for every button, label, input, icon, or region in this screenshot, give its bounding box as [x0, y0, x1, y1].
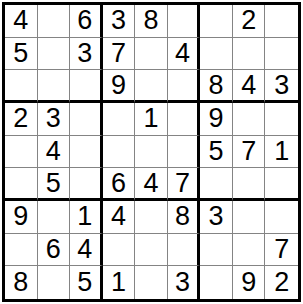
cell-r6c9-empty[interactable]: [265, 168, 298, 201]
cell-r5c1-empty[interactable]: [5, 136, 38, 169]
cell-r8c2-given: 6: [38, 234, 71, 267]
cell-r8c8-empty[interactable]: [233, 234, 266, 267]
cell-r4c3-empty[interactable]: [70, 103, 103, 136]
cell-r5c5-empty[interactable]: [135, 136, 168, 169]
cell-r5c2-given: 4: [38, 136, 71, 169]
cell-r3c7-given: 8: [200, 70, 233, 103]
cell-r4c1-given: 2: [5, 103, 38, 136]
cell-r7c9-empty[interactable]: [265, 201, 298, 234]
cell-r5c7-given: 5: [200, 136, 233, 169]
cell-r8c5-empty[interactable]: [135, 234, 168, 267]
cell-r4c9-empty[interactable]: [265, 103, 298, 136]
cell-r1c5-given: 8: [135, 5, 168, 38]
cell-r2c9-empty[interactable]: [265, 38, 298, 71]
cell-r7c1-given: 9: [5, 201, 38, 234]
cell-r6c7-empty[interactable]: [200, 168, 233, 201]
cell-r7c8-empty[interactable]: [233, 201, 266, 234]
cell-r7c6-given: 8: [168, 201, 201, 234]
cell-r2c6-given: 4: [168, 38, 201, 71]
cell-r2c5-empty[interactable]: [135, 38, 168, 71]
cell-r9c4-given: 1: [103, 266, 136, 299]
cell-r7c7-given: 3: [200, 201, 233, 234]
cell-r4c8-empty[interactable]: [233, 103, 266, 136]
cell-r9c5-empty[interactable]: [135, 266, 168, 299]
cell-r9c9-given: 2: [265, 266, 298, 299]
cell-r1c6-empty[interactable]: [168, 5, 201, 38]
cell-r9c6-given: 3: [168, 266, 201, 299]
cell-r6c5-given: 4: [135, 168, 168, 201]
cell-r2c3-given: 3: [70, 38, 103, 71]
cell-r3c1-empty[interactable]: [5, 70, 38, 103]
cell-r7c5-empty[interactable]: [135, 201, 168, 234]
cell-r3c2-empty[interactable]: [38, 70, 71, 103]
cell-r9c2-empty[interactable]: [38, 266, 71, 299]
cell-r2c2-empty[interactable]: [38, 38, 71, 71]
cell-r9c7-empty[interactable]: [200, 266, 233, 299]
cell-r4c4-empty[interactable]: [103, 103, 136, 136]
cell-r3c8-given: 4: [233, 70, 266, 103]
cell-r7c3-given: 1: [70, 201, 103, 234]
cell-r2c7-empty[interactable]: [200, 38, 233, 71]
cell-r6c4-given: 6: [103, 168, 136, 201]
cell-r2c8-empty[interactable]: [233, 38, 266, 71]
cell-r6c8-empty[interactable]: [233, 168, 266, 201]
sudoku-board: 463825374984323194571564791483647851392: [2, 2, 301, 302]
cell-r5c3-empty[interactable]: [70, 136, 103, 169]
cell-r2c4-given: 7: [103, 38, 136, 71]
cell-r6c6-given: 7: [168, 168, 201, 201]
cell-r7c2-empty[interactable]: [38, 201, 71, 234]
cell-r1c9-empty[interactable]: [265, 5, 298, 38]
cell-r8c7-empty[interactable]: [200, 234, 233, 267]
cell-r9c3-given: 5: [70, 266, 103, 299]
cell-r4c5-given: 1: [135, 103, 168, 136]
cell-r3c5-empty[interactable]: [135, 70, 168, 103]
cell-r1c4-given: 3: [103, 5, 136, 38]
cell-r5c6-empty[interactable]: [168, 136, 201, 169]
cell-r2c1-given: 5: [5, 38, 38, 71]
cell-r3c9-given: 3: [265, 70, 298, 103]
cell-r1c7-empty[interactable]: [200, 5, 233, 38]
cell-r1c2-empty[interactable]: [38, 5, 71, 38]
cell-r1c1-given: 4: [5, 5, 38, 38]
cell-r1c3-given: 6: [70, 5, 103, 38]
cell-r7c4-given: 4: [103, 201, 136, 234]
cell-r6c2-given: 5: [38, 168, 71, 201]
cell-r4c2-given: 3: [38, 103, 71, 136]
cell-r8c3-given: 4: [70, 234, 103, 267]
cell-r9c1-given: 8: [5, 266, 38, 299]
cell-r5c9-given: 1: [265, 136, 298, 169]
cell-r8c4-empty[interactable]: [103, 234, 136, 267]
cell-r5c4-empty[interactable]: [103, 136, 136, 169]
cell-r8c9-given: 7: [265, 234, 298, 267]
cell-r3c6-empty[interactable]: [168, 70, 201, 103]
cell-r6c3-empty[interactable]: [70, 168, 103, 201]
cell-r9c8-given: 9: [233, 266, 266, 299]
cell-r8c6-empty[interactable]: [168, 234, 201, 267]
cell-r5c8-given: 7: [233, 136, 266, 169]
cell-r4c6-empty[interactable]: [168, 103, 201, 136]
cell-r4c7-given: 9: [200, 103, 233, 136]
cell-r8c1-empty[interactable]: [5, 234, 38, 267]
cell-r3c3-empty[interactable]: [70, 70, 103, 103]
cell-r6c1-empty[interactable]: [5, 168, 38, 201]
cell-r1c8-given: 2: [233, 5, 266, 38]
cell-r3c4-given: 9: [103, 70, 136, 103]
